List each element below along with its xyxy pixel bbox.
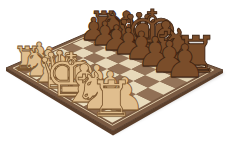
chess-board — [0, 0, 231, 150]
chess-set-product-photo: ♜♞♟♝♟♛♟♚♟♟♝♟♟♞♜♟♟♜♞♟♟♝♟♛♟♚♟♝♟♞♟♜ — [0, 0, 231, 150]
